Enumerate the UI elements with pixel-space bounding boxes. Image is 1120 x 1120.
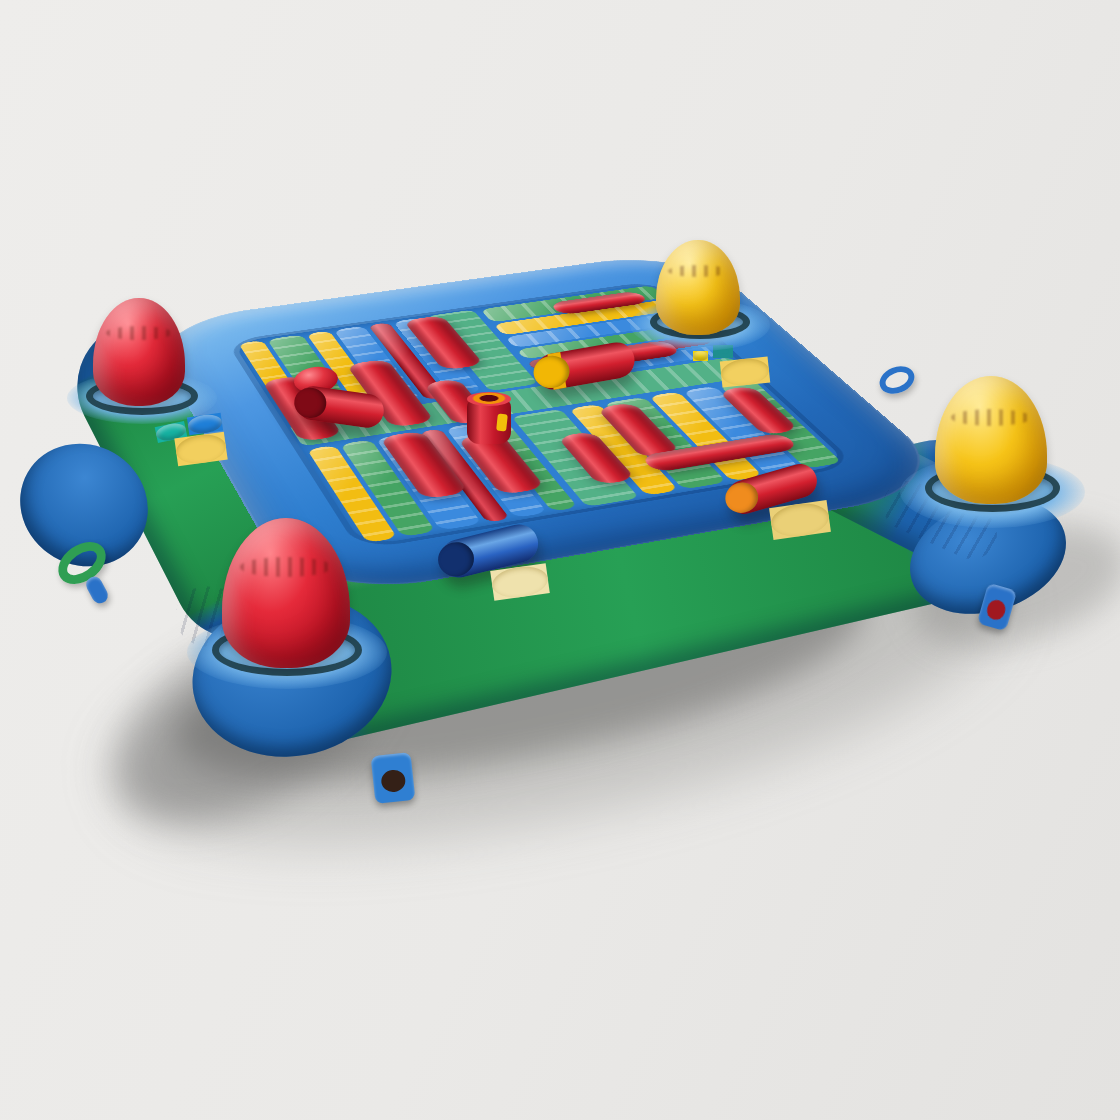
bumper-far-left-dome — [93, 298, 185, 406]
standing-red-cylinder-top — [467, 392, 511, 406]
left-small-tab[interactable] — [83, 574, 110, 606]
standing-red-cylinder-label — [496, 413, 507, 431]
scene — [0, 0, 1120, 1120]
bumper-top-crease — [668, 265, 729, 277]
yellow-spot-top[interactable] — [720, 357, 770, 388]
yellow-spot-top-face — [720, 357, 770, 388]
yellow-dot[interactable] — [693, 351, 708, 361]
yellow-dot-face — [693, 351, 708, 361]
bumper-top[interactable] — [656, 240, 740, 335]
right-grommet-tab-hole — [985, 598, 1008, 622]
bumper-right-crease — [951, 409, 1032, 426]
front-grommet-tab-hole — [380, 769, 406, 793]
bumper-right-dome — [935, 376, 1047, 504]
bumper-near-left[interactable] — [222, 518, 350, 668]
top-right-handle[interactable] — [875, 361, 918, 399]
standing-red-cylinder[interactable] — [467, 392, 511, 444]
bumper-near-left-dome — [222, 518, 350, 668]
bumper-top-dome — [656, 240, 740, 335]
bumper-far-left[interactable] — [93, 298, 185, 406]
front-grommet-tab[interactable] — [371, 752, 416, 804]
bumper-right[interactable] — [935, 376, 1047, 504]
bumper-near-left-crease — [240, 557, 332, 577]
